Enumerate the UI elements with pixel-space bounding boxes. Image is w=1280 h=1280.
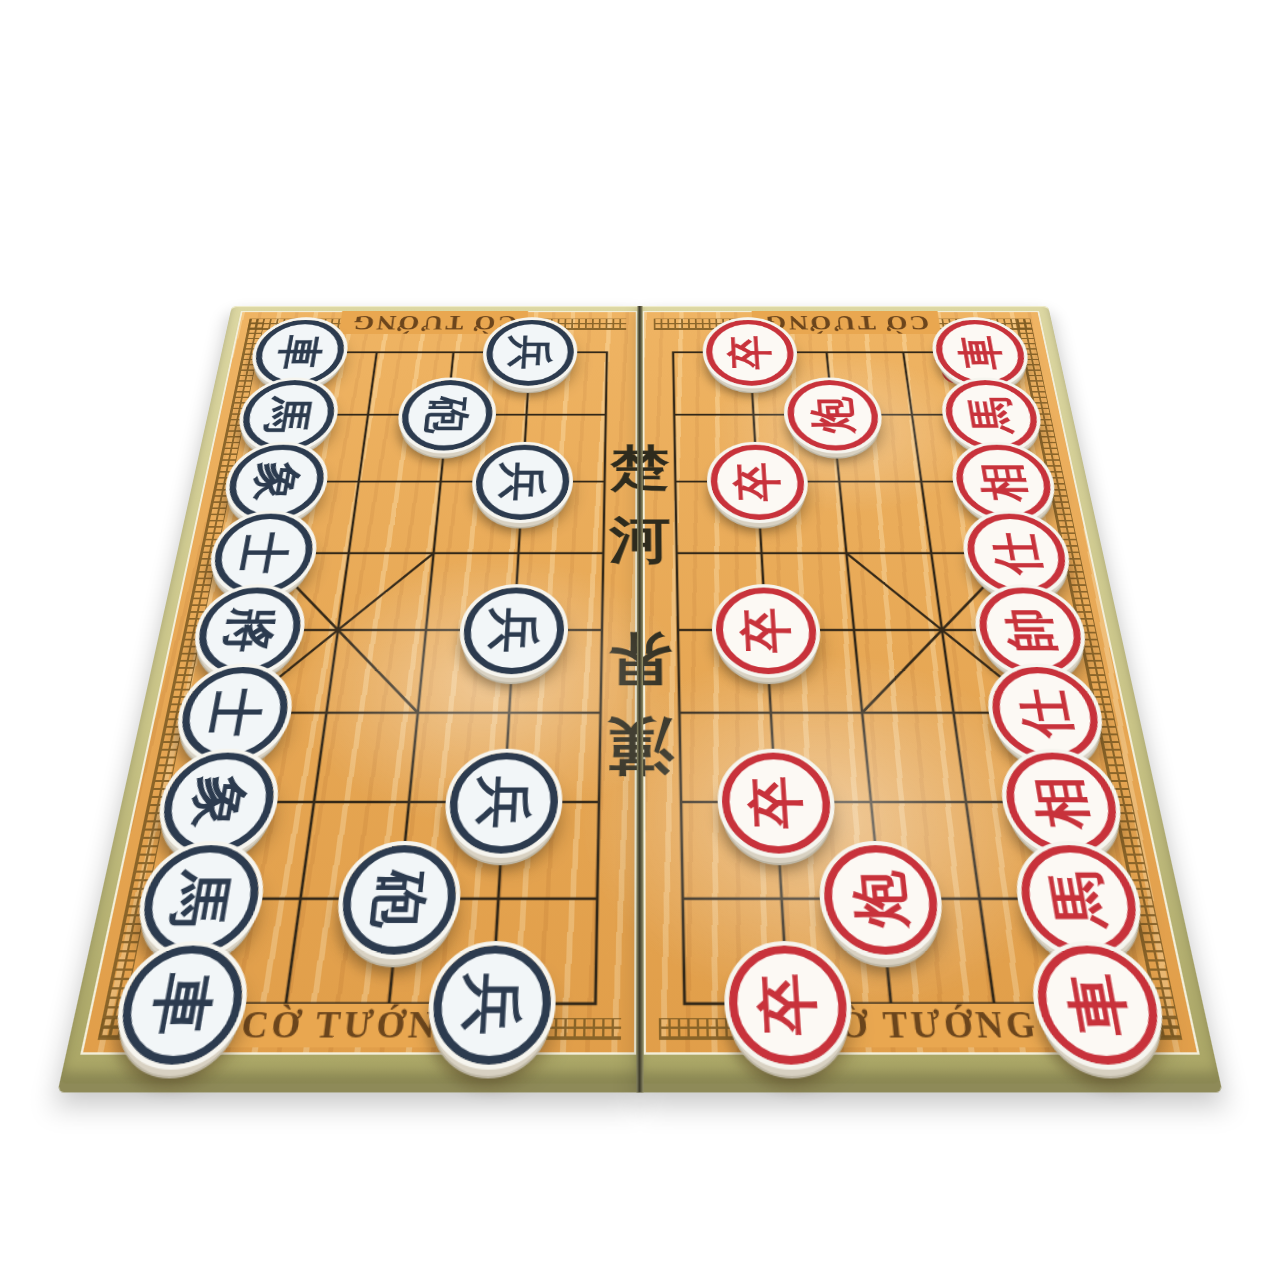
piece-red-soldier[interactable]: 卒 bbox=[715, 588, 820, 675]
piece-glyph: 馬 bbox=[965, 397, 1018, 434]
piece-black-horse[interactable]: 馬 bbox=[134, 845, 266, 954]
piece-glyph: 帥 bbox=[1000, 608, 1060, 653]
piece-red-advisor[interactable]: 仕 bbox=[986, 667, 1107, 760]
piece-black-advisor[interactable]: 士 bbox=[174, 667, 295, 760]
piece-red-general[interactable]: 帥 bbox=[973, 588, 1089, 675]
piece-glyph: 馬 bbox=[262, 397, 315, 434]
piece-black-soldier[interactable]: 兵 bbox=[446, 753, 560, 854]
piece-red-horse[interactable]: 馬 bbox=[941, 380, 1044, 450]
piece-glyph: 卒 bbox=[732, 462, 783, 501]
piece-black-elephant[interactable]: 象 bbox=[222, 445, 329, 520]
piece-black-soldier[interactable]: 兵 bbox=[460, 588, 565, 675]
piece-glyph: 馬 bbox=[1044, 871, 1113, 928]
piece-glyph: 砲 bbox=[422, 397, 472, 434]
piece-glyph: 士 bbox=[235, 532, 293, 574]
piece-glyph: 砲 bbox=[367, 871, 431, 928]
piece-glyph: 仕 bbox=[1014, 689, 1077, 738]
piece-glyph: 車 bbox=[1062, 973, 1134, 1035]
piece-red-soldier[interactable]: 卒 bbox=[727, 946, 851, 1065]
piece-glyph: 卒 bbox=[756, 973, 821, 1035]
piece-red-horse[interactable]: 馬 bbox=[1014, 845, 1146, 954]
piece-black-chariot[interactable]: 車 bbox=[112, 946, 251, 1065]
piece-glyph: 象 bbox=[186, 776, 252, 828]
piece-black-soldier[interactable]: 兵 bbox=[429, 946, 553, 1065]
piece-red-advisor[interactable]: 仕 bbox=[962, 514, 1073, 595]
piece-glyph: 相 bbox=[976, 462, 1031, 501]
piece-glyph: 車 bbox=[274, 335, 325, 369]
photo-background: CỜ TƯỚNG CỜ TƯỚNG bbox=[0, 0, 1280, 1280]
piece-glyph: 車 bbox=[146, 973, 218, 1035]
piece-red-cannon[interactable]: 炮 bbox=[785, 380, 882, 450]
piece-red-elephant[interactable]: 相 bbox=[951, 445, 1058, 520]
piece-red-soldier[interactable]: 卒 bbox=[720, 753, 834, 854]
pieces-layer: 車兵卒車馬砲炮馬象兵卒相士仕將兵卒帥士仕象兵卒相馬砲炮馬車兵卒車 bbox=[57, 306, 1222, 1092]
piece-red-soldier[interactable]: 卒 bbox=[705, 320, 796, 386]
piece-glyph: 兵 bbox=[506, 335, 553, 369]
piece-glyph: 仕 bbox=[988, 532, 1046, 574]
piece-red-chariot[interactable]: 車 bbox=[1030, 946, 1169, 1065]
piece-glyph: 卒 bbox=[747, 776, 806, 828]
piece-glyph: 兵 bbox=[486, 608, 541, 653]
xiangqi-board: CỜ TƯỚNG CỜ TƯỚNG bbox=[57, 306, 1222, 1092]
piece-glyph: 馬 bbox=[167, 871, 236, 928]
piece-glyph: 卒 bbox=[726, 335, 773, 369]
piece-black-advisor[interactable]: 士 bbox=[207, 514, 318, 595]
piece-red-cannon[interactable]: 炮 bbox=[820, 845, 943, 954]
piece-glyph: 車 bbox=[954, 335, 1005, 369]
piece-glyph: 炮 bbox=[849, 871, 913, 928]
piece-glyph: 士 bbox=[203, 689, 266, 738]
piece-black-cannon[interactable]: 砲 bbox=[336, 845, 459, 954]
piece-glyph: 卒 bbox=[739, 608, 794, 653]
piece-glyph: 相 bbox=[1029, 776, 1095, 828]
piece-black-soldier[interactable]: 兵 bbox=[484, 320, 575, 386]
piece-red-chariot[interactable]: 車 bbox=[931, 320, 1030, 386]
piece-red-soldier[interactable]: 卒 bbox=[709, 445, 807, 520]
piece-glyph: 象 bbox=[249, 462, 304, 501]
piece-glyph: 將 bbox=[220, 608, 280, 653]
piece-black-chariot[interactable]: 車 bbox=[250, 320, 349, 386]
piece-glyph: 兵 bbox=[460, 973, 525, 1035]
piece-black-elephant[interactable]: 象 bbox=[155, 753, 281, 854]
piece-glyph: 炮 bbox=[808, 397, 858, 434]
piece-black-soldier[interactable]: 兵 bbox=[473, 445, 571, 520]
piece-black-cannon[interactable]: 砲 bbox=[398, 380, 495, 450]
piece-glyph: 兵 bbox=[474, 776, 533, 828]
piece-black-general[interactable]: 將 bbox=[191, 588, 307, 675]
piece-red-elephant[interactable]: 相 bbox=[999, 753, 1125, 854]
piece-black-horse[interactable]: 馬 bbox=[236, 380, 339, 450]
piece-glyph: 兵 bbox=[497, 462, 548, 501]
